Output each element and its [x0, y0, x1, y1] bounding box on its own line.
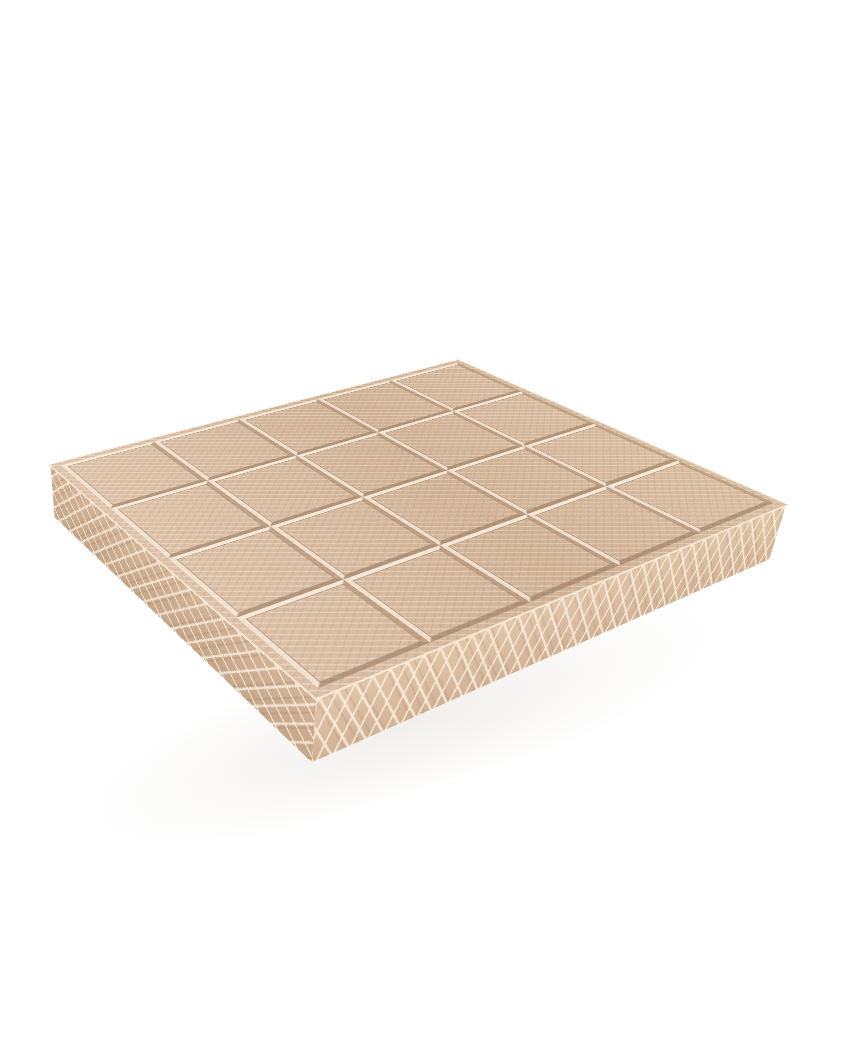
photo-background	[0, 0, 850, 1060]
